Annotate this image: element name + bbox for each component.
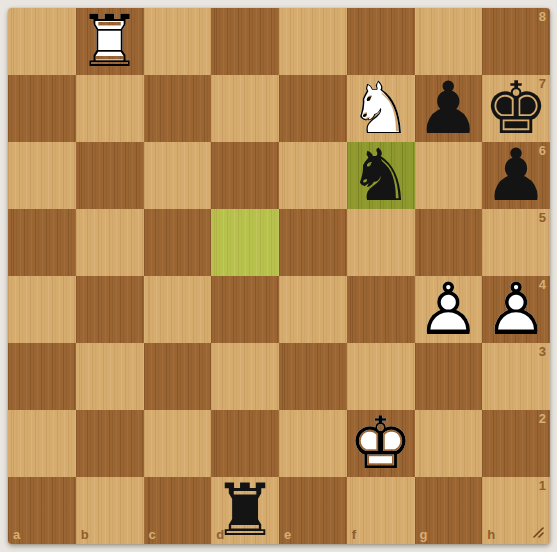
square-a6[interactable] [8, 142, 76, 209]
square-b7[interactable] [76, 75, 144, 142]
square-h6[interactable]: ♟6 [482, 142, 550, 209]
square-f6[interactable]: ♞ [347, 142, 415, 209]
square-a1[interactable]: a [8, 477, 76, 544]
square-h8[interactable]: 8 [482, 8, 550, 75]
square-h3[interactable]: 3 [482, 343, 550, 410]
rank-label-7: 7 [539, 76, 546, 91]
square-e8[interactable] [279, 8, 347, 75]
square-h5[interactable]: 5 [482, 209, 550, 276]
file-label-g: g [420, 527, 428, 542]
square-d4[interactable] [211, 276, 279, 343]
square-h2[interactable]: 2 [482, 410, 550, 477]
square-a3[interactable] [8, 343, 76, 410]
square-b2[interactable] [76, 410, 144, 477]
pawn-glyph-solid: ♟ [415, 75, 483, 142]
square-g7[interactable]: ♟ [415, 75, 483, 142]
square-d2[interactable] [211, 410, 279, 477]
rank-label-3: 3 [539, 344, 546, 359]
file-label-d: d [216, 527, 224, 542]
square-f1[interactable]: f [347, 477, 415, 544]
square-e5[interactable] [279, 209, 347, 276]
rank-label-5: 5 [539, 210, 546, 225]
black-knight[interactable]: ♞ [347, 142, 415, 209]
king-glyph-outline: ♔ [347, 410, 415, 477]
square-e3[interactable] [279, 343, 347, 410]
square-c1[interactable]: c [144, 477, 212, 544]
square-c8[interactable] [144, 8, 212, 75]
square-f4[interactable] [347, 276, 415, 343]
pawn-glyph-outline: ♙ [415, 276, 483, 343]
knight-glyph-outline: ♘ [347, 75, 415, 142]
file-label-c: c [149, 527, 156, 542]
square-a7[interactable] [8, 75, 76, 142]
square-f3[interactable] [347, 343, 415, 410]
rook-glyph-outline: ♖ [76, 8, 144, 75]
file-label-e: e [284, 527, 291, 542]
square-a5[interactable] [8, 209, 76, 276]
rank-label-2: 2 [539, 411, 546, 426]
square-d5[interactable] [211, 209, 279, 276]
square-h7[interactable]: ♚7 [482, 75, 550, 142]
square-d1[interactable]: ♜d [211, 477, 279, 544]
knight-glyph-solid: ♞ [347, 142, 415, 209]
square-b8[interactable]: ♜♖ [76, 8, 144, 75]
square-g5[interactable] [415, 209, 483, 276]
square-g4[interactable]: ♟♙ [415, 276, 483, 343]
square-c7[interactable] [144, 75, 212, 142]
white-knight[interactable]: ♞♘ [347, 75, 415, 142]
white-king[interactable]: ♚♔ [347, 410, 415, 477]
square-g6[interactable] [415, 142, 483, 209]
square-g2[interactable] [415, 410, 483, 477]
square-c6[interactable] [144, 142, 212, 209]
chess-board: ♜♖8♞♘♟♚7♞♟65♟♙♟♙43♚♔2abc♜defg1h [8, 8, 550, 544]
square-c4[interactable] [144, 276, 212, 343]
square-c3[interactable] [144, 343, 212, 410]
square-a4[interactable] [8, 276, 76, 343]
square-c5[interactable] [144, 209, 212, 276]
square-e1[interactable]: e [279, 477, 347, 544]
square-g3[interactable] [415, 343, 483, 410]
square-d7[interactable] [211, 75, 279, 142]
rank-label-6: 6 [539, 143, 546, 158]
black-pawn[interactable]: ♟ [415, 75, 483, 142]
square-d3[interactable] [211, 343, 279, 410]
square-e2[interactable] [279, 410, 347, 477]
file-label-b: b [81, 527, 89, 542]
square-b4[interactable] [76, 276, 144, 343]
white-rook[interactable]: ♜♖ [76, 8, 144, 75]
rank-label-4: 4 [539, 277, 546, 292]
square-f7[interactable]: ♞♘ [347, 75, 415, 142]
square-b6[interactable] [76, 142, 144, 209]
square-g8[interactable] [415, 8, 483, 75]
square-c2[interactable] [144, 410, 212, 477]
square-b3[interactable] [76, 343, 144, 410]
file-label-f: f [352, 527, 356, 542]
square-f5[interactable] [347, 209, 415, 276]
white-pawn[interactable]: ♟♙ [415, 276, 483, 343]
square-a2[interactable] [8, 410, 76, 477]
resize-handle-icon[interactable] [531, 525, 545, 539]
square-h4[interactable]: ♟♙4 [482, 276, 550, 343]
square-d8[interactable] [211, 8, 279, 75]
file-label-h: h [487, 527, 495, 542]
square-e6[interactable] [279, 142, 347, 209]
file-label-a: a [13, 527, 20, 542]
rank-label-8: 8 [539, 9, 546, 24]
square-b5[interactable] [76, 209, 144, 276]
square-e7[interactable] [279, 75, 347, 142]
square-d6[interactable] [211, 142, 279, 209]
rank-label-1: 1 [539, 478, 546, 493]
square-a8[interactable] [8, 8, 76, 75]
square-e4[interactable] [279, 276, 347, 343]
page-background: ♜♖8♞♘♟♚7♞♟65♟♙♟♙43♚♔2abc♜defg1h [0, 0, 557, 552]
square-g1[interactable]: g [415, 477, 483, 544]
square-b1[interactable]: b [76, 477, 144, 544]
square-f2[interactable]: ♚♔ [347, 410, 415, 477]
square-f8[interactable] [347, 8, 415, 75]
